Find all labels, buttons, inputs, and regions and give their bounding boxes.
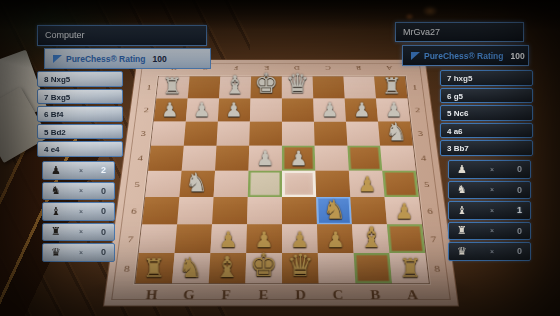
- black-bishop-f8[interactable]: ♝: [209, 253, 246, 282]
- multiply-sign: ×: [490, 207, 494, 214]
- move-entry[interactable]: 5 Nc6: [440, 105, 533, 121]
- rating-value-left: 100: [152, 54, 166, 64]
- move-entry[interactable]: 4 a6: [440, 123, 533, 139]
- captured-count: 0: [517, 185, 522, 195]
- rating-value-right: 100: [510, 51, 524, 61]
- player-name-left: Computer: [45, 30, 85, 40]
- move-entry[interactable]: 4 e4: [37, 141, 123, 157]
- multiply-sign: ×: [490, 186, 494, 193]
- square-g5[interactable]: ♞: [179, 171, 215, 197]
- square-a4[interactable]: [380, 146, 416, 171]
- multiply-sign: ×: [490, 248, 494, 255]
- chess-board: HGFEDCBA 12345678 ♜♝♚♛♜♟♟♟♟♟♟♞♟♟♞♟♞♟♟♟♟♟…: [103, 59, 459, 306]
- black-bishop-b7[interactable]: ♝: [354, 223, 390, 251]
- multiply-sign: ×: [79, 208, 83, 215]
- multiply-sign: ×: [79, 187, 83, 194]
- black-knight-g8[interactable]: ♞: [172, 254, 209, 282]
- square-b4[interactable]: [347, 146, 382, 171]
- queen-icon: ♛: [457, 246, 467, 257]
- file-label-B: B: [370, 288, 381, 302]
- rank-label-5: 5: [134, 179, 140, 188]
- queen-icon: ♛: [51, 247, 61, 258]
- white-rook-a1[interactable]: ♜: [376, 75, 407, 97]
- move-entry[interactable]: 6 Bf4: [37, 106, 123, 122]
- captured-tray-black-pieces: ♟×2♞×0♝×0♜×0♛×0: [42, 161, 115, 262]
- square-e4[interactable]: ♟: [249, 146, 282, 171]
- black-pawn-a6[interactable]: ♟: [387, 201, 422, 222]
- white-pawn-c2[interactable]: ♟: [314, 101, 346, 121]
- square-g7[interactable]: [175, 224, 212, 253]
- square-g3[interactable]: [184, 122, 218, 146]
- captured-row-knight[interactable]: ♞×0: [42, 182, 115, 201]
- square-a6[interactable]: ♟: [385, 197, 422, 224]
- square-e5[interactable]: [248, 171, 282, 197]
- square-f2[interactable]: ♟: [218, 99, 251, 122]
- rank-label-5: 5: [423, 179, 429, 188]
- file-label-B: B: [356, 65, 362, 71]
- white-pawn-f2[interactable]: ♟: [218, 101, 250, 121]
- rating-label-left: PureChess® Rating: [66, 54, 145, 64]
- file-label-H: H: [145, 288, 158, 302]
- black-pawn-f7[interactable]: ♟: [210, 230, 246, 252]
- square-b7[interactable]: ♝: [352, 224, 389, 253]
- square-c1[interactable]: [313, 76, 345, 98]
- rank-label-3: 3: [417, 129, 423, 137]
- move-entry[interactable]: 3 Bb7: [440, 140, 533, 156]
- square-a7[interactable]: [387, 224, 425, 253]
- move-entry[interactable]: 5 Bd2: [37, 124, 123, 140]
- move-list-black: 7 hxg56 g55 Nc64 a63 Bb7: [440, 70, 533, 156]
- square-h1[interactable]: ♜: [156, 76, 189, 98]
- white-pawn-h2[interactable]: ♟: [154, 101, 186, 121]
- rating-panel-left: PureChess® Rating 100: [44, 48, 211, 69]
- square-g2[interactable]: ♟: [186, 99, 219, 122]
- rank-label-4: 4: [137, 154, 143, 163]
- bishop-icon: ♝: [457, 205, 467, 216]
- rank-label-1: 1: [412, 83, 418, 91]
- white-rook-h1[interactable]: ♜: [156, 75, 187, 97]
- captured-count: 0: [101, 206, 106, 216]
- knight-icon: ♞: [457, 184, 467, 195]
- white-pawn-e4[interactable]: ♟: [249, 149, 282, 169]
- square-f3[interactable]: [216, 122, 249, 146]
- rank-label-8: 8: [123, 264, 130, 274]
- square-a3[interactable]: ♞: [378, 122, 413, 146]
- square-d6[interactable]: [282, 197, 317, 224]
- file-label-E: E: [258, 288, 268, 302]
- square-d8[interactable]: ♛: [282, 253, 319, 283]
- multiply-sign: ×: [490, 227, 494, 234]
- captured-count: 0: [517, 246, 522, 256]
- square-b1[interactable]: [343, 76, 376, 98]
- square-f4[interactable]: [215, 146, 249, 171]
- multiply-sign: ×: [490, 166, 494, 173]
- rank-label-6: 6: [427, 206, 434, 215]
- square-d5[interactable]: [282, 171, 316, 197]
- multiply-sign: ×: [79, 228, 83, 235]
- captured-count: 2: [101, 165, 106, 175]
- captured-row-bishop[interactable]: ♝×1: [448, 201, 531, 220]
- rank-label-2: 2: [143, 106, 149, 114]
- rank-label-8: 8: [434, 264, 441, 274]
- square-e1[interactable]: ♚: [251, 76, 282, 98]
- file-label-F: F: [221, 288, 231, 302]
- square-f6[interactable]: [212, 197, 248, 224]
- square-e2[interactable]: [250, 99, 282, 122]
- captured-count: 1: [517, 205, 522, 215]
- black-rook-a8[interactable]: ♜: [392, 256, 429, 282]
- rank-label-3: 3: [140, 129, 146, 137]
- file-label-C: C: [332, 288, 343, 302]
- pawn-icon: ♟: [457, 164, 467, 175]
- rank-label-4: 4: [420, 154, 426, 163]
- white-pawn-d4[interactable]: ♟: [282, 149, 315, 169]
- square-f8[interactable]: ♝: [209, 253, 246, 283]
- captured-tray-white-pieces: ♟×0♞×0♝×1♜×0♛×0: [448, 160, 531, 261]
- move-list-white: 8 Nxg57 Bxg56 Bf45 Bd24 e4: [37, 71, 123, 157]
- rating-panel-right: PureChess® Rating 100: [402, 45, 529, 66]
- player-name-panel-right: MrGva27: [395, 22, 524, 42]
- black-king-e8[interactable]: ♚: [245, 249, 282, 281]
- file-label-C: C: [325, 65, 331, 71]
- file-labels-bottom: HGFEDCBA: [132, 284, 433, 307]
- pure-chess-screen: HGFEDCBA 12345678 ♜♝♚♛♜♟♟♟♟♟♟♞♟♟♞♟♞♟♟♟♟♟…: [0, 0, 560, 316]
- file-label-D: D: [295, 288, 306, 302]
- rook-icon: ♜: [51, 226, 61, 237]
- square-h8[interactable]: ♜: [135, 253, 174, 283]
- captured-row-rook[interactable]: ♜×0: [448, 222, 531, 241]
- captured-count: 0: [517, 226, 522, 236]
- multiply-sign: ×: [79, 249, 83, 256]
- rating-flag-icon: [411, 52, 420, 60]
- knight-icon: ♞: [51, 185, 61, 196]
- square-f5[interactable]: [214, 171, 249, 197]
- move-entry[interactable]: 6 g5: [440, 88, 533, 104]
- white-knight-a3[interactable]: ♞: [380, 119, 413, 144]
- square-h6[interactable]: [142, 197, 179, 224]
- square-b5[interactable]: ♟: [349, 171, 385, 197]
- black-pawn-b5[interactable]: ♟: [350, 175, 384, 196]
- file-label-A: A: [406, 288, 418, 302]
- captured-row-pawn[interactable]: ♟×0: [448, 160, 531, 179]
- black-knight-c6[interactable]: ♞: [317, 196, 352, 222]
- white-pawn-g2[interactable]: ♟: [186, 101, 218, 121]
- captured-count: 0: [101, 247, 106, 257]
- square-a1[interactable]: ♜: [374, 76, 407, 98]
- square-b3[interactable]: [346, 122, 380, 146]
- captured-row-rook[interactable]: ♜×0: [42, 223, 115, 242]
- player-name-panel-left: Computer: [37, 25, 207, 46]
- board-grid: ♜♝♚♛♜♟♟♟♟♟♟♞♟♟♞♟♞♟♟♟♟♟♝♜♞♝♚♛♜: [134, 76, 430, 284]
- captured-row-bishop[interactable]: ♝×0: [42, 202, 115, 221]
- white-king-e1[interactable]: ♚: [251, 70, 282, 97]
- move-entry[interactable]: 8 Nxg5: [37, 71, 123, 87]
- file-label-G: G: [183, 288, 196, 302]
- square-h5[interactable]: [145, 171, 181, 197]
- square-f7[interactable]: ♟: [210, 224, 247, 253]
- square-e6[interactable]: [247, 197, 282, 224]
- captured-row-queen[interactable]: ♛×0: [448, 242, 531, 261]
- rank-label-2: 2: [415, 106, 421, 114]
- rating-label-right: PureChess® Rating: [424, 51, 503, 61]
- square-e8[interactable]: ♚: [245, 253, 282, 283]
- bishop-icon: ♝: [51, 206, 61, 217]
- captured-count: 0: [517, 164, 522, 174]
- file-label-A: A: [386, 65, 392, 71]
- square-g8[interactable]: ♞: [172, 253, 210, 283]
- square-h2[interactable]: ♟: [154, 99, 188, 122]
- square-c7[interactable]: ♟: [317, 224, 354, 253]
- square-b2[interactable]: ♟: [345, 99, 378, 122]
- captured-row-pawn[interactable]: ♟×2: [42, 161, 115, 180]
- captured-count: 0: [101, 186, 106, 196]
- white-pawn-b2[interactable]: ♟: [346, 101, 378, 121]
- captured-count: 0: [101, 227, 106, 237]
- square-b8[interactable]: [354, 253, 392, 283]
- move-entry[interactable]: 7 hxg5: [440, 70, 533, 86]
- square-c2[interactable]: ♟: [313, 99, 346, 122]
- rank-label-7: 7: [127, 234, 134, 244]
- white-bishop-f1[interactable]: ♝: [219, 73, 250, 98]
- square-d2[interactable]: [282, 99, 314, 122]
- square-d4[interactable]: ♟: [282, 146, 315, 171]
- square-c5[interactable]: [315, 171, 350, 197]
- white-knight-g5[interactable]: ♞: [179, 170, 213, 196]
- square-c4[interactable]: [315, 146, 349, 171]
- player-name-right: MrGva27: [403, 27, 440, 37]
- rook-icon: ♜: [457, 225, 467, 236]
- rank-label-7: 7: [430, 234, 437, 244]
- captured-row-queen[interactable]: ♛×0: [42, 243, 115, 262]
- square-c3[interactable]: [314, 122, 347, 146]
- rank-label-6: 6: [131, 206, 138, 215]
- multiply-sign: ×: [79, 167, 83, 174]
- square-d1[interactable]: ♛: [282, 76, 313, 98]
- square-h4[interactable]: [148, 146, 184, 171]
- pawn-icon: ♟: [51, 165, 61, 176]
- square-a8[interactable]: ♜: [389, 253, 428, 283]
- square-a5[interactable]: [382, 171, 418, 197]
- square-h3[interactable]: [151, 122, 186, 146]
- square-c8[interactable]: [318, 253, 356, 283]
- rank-label-1: 1: [146, 83, 152, 91]
- square-d3[interactable]: [282, 122, 315, 146]
- move-entry[interactable]: 7 Bxg5: [37, 89, 123, 105]
- square-g6[interactable]: [177, 197, 214, 224]
- square-f1[interactable]: ♝: [219, 76, 251, 98]
- square-e3[interactable]: [249, 122, 282, 146]
- black-pawn-c7[interactable]: ♟: [318, 230, 354, 252]
- black-queen-d8[interactable]: ♛: [282, 251, 319, 282]
- rating-flag-icon: [53, 55, 62, 63]
- square-g1[interactable]: [188, 76, 221, 98]
- white-queen-d1[interactable]: ♛: [282, 71, 313, 98]
- black-rook-h8[interactable]: ♜: [136, 256, 173, 282]
- captured-row-knight[interactable]: ♞×0: [448, 181, 531, 200]
- square-c6[interactable]: ♞: [316, 197, 352, 224]
- square-h7[interactable]: [139, 224, 177, 253]
